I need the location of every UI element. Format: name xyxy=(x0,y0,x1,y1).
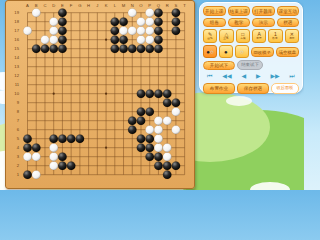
black-stone xyxy=(111,17,120,26)
black-stone xyxy=(23,143,32,152)
black-stone xyxy=(172,98,181,107)
triangle-mark-button-label: 三角 xyxy=(224,37,229,40)
black-stone xyxy=(67,134,76,143)
black-stone xyxy=(137,89,146,98)
triangle-mark-button[interactable]: △三角 xyxy=(219,29,233,43)
white-stone xyxy=(172,107,181,116)
black-stone xyxy=(172,8,181,17)
black-stone xyxy=(137,143,146,152)
white-stone xyxy=(49,35,58,44)
black-stone xyxy=(32,44,41,53)
black-stone xyxy=(145,134,154,143)
svg-text:P: P xyxy=(148,3,151,8)
pen-tool-button-label: 画笔 xyxy=(207,37,212,40)
svg-text:14: 14 xyxy=(14,55,19,60)
black-stone xyxy=(67,161,76,170)
start-trial-button[interactable]: 开始试下 xyxy=(203,61,235,70)
svg-text:16: 16 xyxy=(14,37,19,42)
main-button-2[interactable]: 打开题库 xyxy=(252,6,275,16)
black-stone xyxy=(128,116,137,125)
svg-text:A: A xyxy=(26,3,29,8)
trial-row: 开始试下 结束试下 xyxy=(203,60,299,70)
svg-text:9: 9 xyxy=(17,100,20,105)
white-stone xyxy=(49,161,58,170)
black-stone xyxy=(154,26,163,35)
svg-text:K: K xyxy=(105,3,108,8)
svg-text:11: 11 xyxy=(15,82,20,87)
svg-text:10: 10 xyxy=(14,91,19,96)
svg-text:13: 13 xyxy=(14,64,19,69)
mode-button-3[interactable]: 棋谱 xyxy=(277,18,300,27)
black-stone xyxy=(145,107,154,116)
go-board-svg: ABCDEFGHJKLMNOPQRST191817161514131211109… xyxy=(6,1,194,188)
erase-mark-button[interactable]: ✕擦除 xyxy=(285,29,299,43)
black-stone xyxy=(58,152,67,161)
svg-text:T: T xyxy=(183,3,186,8)
svg-text:4: 4 xyxy=(17,145,20,150)
alternate-stone-button[interactable]: ●○ xyxy=(203,45,217,58)
black-stone xyxy=(119,35,128,44)
black-stone xyxy=(58,17,67,26)
square-mark-button[interactable]: □方块 xyxy=(236,29,250,43)
svg-text:L: L xyxy=(114,3,117,8)
black-stone xyxy=(145,89,154,98)
black-stone xyxy=(137,116,146,125)
white-stone xyxy=(145,17,154,26)
black-stone xyxy=(137,107,146,116)
end-trial-button[interactable]: 结束试下 xyxy=(237,60,263,70)
mode-button-2[interactable]: 演示 xyxy=(252,18,275,27)
fast-forward-icon[interactable]: ▶▶ xyxy=(270,73,279,80)
black-stone xyxy=(23,134,32,143)
white-stone xyxy=(154,125,163,134)
white-stone xyxy=(49,17,58,26)
move-navigation-row: ⏮◀◀◀▶▶▶⏭ xyxy=(203,73,299,80)
recall-stones-button[interactable]: 回收棋子 xyxy=(251,47,274,57)
svg-text:5: 5 xyxy=(17,136,20,141)
black-stone xyxy=(172,17,181,26)
black-stone xyxy=(145,143,154,152)
black-stone xyxy=(58,161,67,170)
white-stone xyxy=(137,35,146,44)
white-stone xyxy=(154,134,163,143)
black-stone xyxy=(111,35,120,44)
black-stone xyxy=(163,170,172,179)
first-move-icon[interactable]: ⏮ xyxy=(207,73,212,80)
svg-text:N: N xyxy=(131,3,134,8)
pen-tool-button[interactable]: ✎画笔 xyxy=(203,29,217,43)
white-stone xyxy=(128,8,137,17)
next-move-icon[interactable]: ▶ xyxy=(256,73,261,80)
main-button-row: 开始上课结束上课打开题库课堂互动 xyxy=(203,6,299,16)
black-stone xyxy=(154,161,163,170)
letter-mark-button[interactable]: A字母 xyxy=(252,29,266,43)
svg-text:6: 6 xyxy=(17,127,20,132)
black-stone xyxy=(172,161,181,170)
white-stone xyxy=(172,125,181,134)
black-stone xyxy=(163,98,172,107)
black-stone xyxy=(49,134,58,143)
assign-homework-button[interactable]: 布置作业 xyxy=(203,83,235,94)
black-stone xyxy=(119,17,128,26)
white-stone xyxy=(137,26,146,35)
black-stone xyxy=(154,152,163,161)
svg-text:C: C xyxy=(43,3,46,8)
black-stone xyxy=(111,26,120,35)
stone-button-row: ●○●○回收棋子清空棋盘 xyxy=(203,45,299,58)
bottom-button-row: 布置作业保存棋谱收起面板 xyxy=(203,83,299,94)
go-board[interactable]: ABCDEFGHJKLMNOPQRST191817161514131211109… xyxy=(5,0,195,189)
svg-text:19: 19 xyxy=(14,10,19,15)
black-stone xyxy=(41,44,50,53)
svg-text:R: R xyxy=(166,3,169,8)
svg-text:7: 7 xyxy=(17,118,20,123)
white-stone xyxy=(49,152,58,161)
white-stone xyxy=(145,125,154,134)
black-stone xyxy=(32,143,41,152)
svg-text:S: S xyxy=(175,3,178,8)
white-stone xyxy=(154,143,163,152)
black-stone xyxy=(154,17,163,26)
collapse-panel-button[interactable]: 收起面板 xyxy=(271,83,299,94)
mode-button-row: 组卷教学演示棋谱 xyxy=(203,18,299,27)
svg-text:1: 1 xyxy=(17,172,20,177)
black-stone-glyph: ● xyxy=(224,49,228,55)
white-stone xyxy=(23,152,32,161)
svg-text:E: E xyxy=(61,3,64,8)
white-stone xyxy=(32,8,41,17)
go-teaching-app: { "game": "go", "board": { "size": 19, "… xyxy=(0,0,304,190)
main-button-3[interactable]: 课堂互动 xyxy=(277,6,300,16)
black-stone xyxy=(111,44,120,53)
white-stone-button[interactable]: ○ xyxy=(235,45,249,58)
mode-button-0[interactable]: 组卷 xyxy=(203,18,226,27)
svg-text:F: F xyxy=(70,3,73,8)
black-stone xyxy=(128,44,137,53)
main-button-0[interactable]: 开始上课 xyxy=(203,6,226,16)
main-button-1[interactable]: 结束上课 xyxy=(228,6,251,16)
white-stone xyxy=(23,26,32,35)
letter-mark-button-label: 字母 xyxy=(256,37,261,40)
white-stone xyxy=(145,35,154,44)
black-stone xyxy=(172,26,181,35)
white-stone xyxy=(163,116,172,125)
white-stone xyxy=(163,143,172,152)
black-stone xyxy=(76,134,85,143)
black-stone xyxy=(49,44,58,53)
black-stone xyxy=(23,170,32,179)
cloud xyxy=(226,96,252,106)
svg-text:8: 8 xyxy=(17,109,20,114)
black-stone xyxy=(58,35,67,44)
svg-text:B: B xyxy=(35,3,38,8)
number-mark-button-label: 数字 xyxy=(273,37,278,40)
svg-text:17: 17 xyxy=(14,28,19,33)
white-stone xyxy=(49,26,58,35)
svg-text:J: J xyxy=(96,3,98,8)
white-stone xyxy=(154,116,163,125)
white-stone xyxy=(32,152,41,161)
white-stone xyxy=(49,143,58,152)
clear-board-button[interactable]: 清空棋盘 xyxy=(276,47,299,57)
svg-text:3: 3 xyxy=(17,154,20,159)
black-stone xyxy=(119,44,128,53)
mode-button-1[interactable]: 教学 xyxy=(228,18,251,27)
svg-text:18: 18 xyxy=(14,19,19,24)
white-stone xyxy=(163,152,172,161)
svg-text:M: M xyxy=(122,3,126,8)
last-move-icon[interactable]: ⏭ xyxy=(290,73,295,80)
black-stone xyxy=(154,35,163,44)
black-stone-button[interactable]: ● xyxy=(219,45,233,58)
black-stone xyxy=(58,26,67,35)
prev-move-icon[interactable]: ◀ xyxy=(241,73,246,80)
square-mark-button-label: 方块 xyxy=(240,37,245,40)
black-stone xyxy=(128,125,137,134)
white-stone-glyph: ○ xyxy=(240,49,244,55)
black-stone xyxy=(137,134,146,143)
svg-text:Q: Q xyxy=(157,3,161,8)
white-stone xyxy=(41,35,50,44)
black-stone xyxy=(145,152,154,161)
white-stone xyxy=(32,170,41,179)
svg-text:H: H xyxy=(87,3,90,8)
svg-text:12: 12 xyxy=(14,73,19,78)
black-stone xyxy=(137,44,146,53)
svg-text:O: O xyxy=(139,3,143,8)
white-stone xyxy=(128,26,137,35)
svg-text:15: 15 xyxy=(14,46,19,51)
svg-text:D: D xyxy=(52,3,55,8)
white-stone xyxy=(145,8,154,17)
white-stone xyxy=(119,26,128,35)
white-stone-glyph: ○ xyxy=(210,49,214,55)
black-stone xyxy=(163,89,172,98)
black-stone xyxy=(154,89,163,98)
tool-button-row: ✎画笔△三角□方块A字母1数字✕擦除 xyxy=(203,29,299,43)
erase-mark-button-label: 擦除 xyxy=(289,37,294,40)
white-stone xyxy=(137,17,146,26)
black-stone xyxy=(58,134,67,143)
control-panel: 开始上课结束上课打开题库课堂互动 组卷教学演示棋谱 ✎画笔△三角□方块A字母1数… xyxy=(199,2,303,93)
svg-text:G: G xyxy=(78,3,81,8)
black-stone xyxy=(163,161,172,170)
black-stone xyxy=(145,44,154,53)
black-stone xyxy=(58,44,67,53)
fast-back-icon[interactable]: ◀◀ xyxy=(222,73,231,80)
white-stone xyxy=(145,26,154,35)
save-record-button[interactable]: 保存棋谱 xyxy=(237,83,269,94)
svg-text:2: 2 xyxy=(17,163,20,168)
black-stone xyxy=(154,8,163,17)
black-stone xyxy=(154,44,163,53)
number-mark-button[interactable]: 1数字 xyxy=(268,29,282,43)
black-stone xyxy=(58,8,67,17)
